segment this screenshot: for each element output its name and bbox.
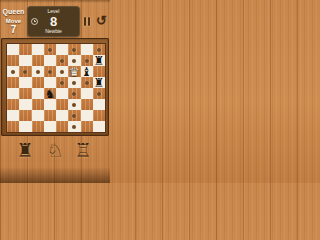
square-f1[interactable]: [68, 121, 80, 132]
square-a7[interactable]: [7, 55, 19, 66]
pause-button[interactable]: [83, 17, 92, 27]
square-g4[interactable]: [81, 88, 93, 99]
square-c7[interactable]: [32, 55, 44, 66]
square-f6[interactable]: ♛: [68, 66, 80, 77]
move-dot: [48, 48, 52, 52]
move-dot: [72, 81, 76, 85]
move-dot: [60, 81, 64, 85]
square-e7[interactable]: [56, 55, 68, 66]
square-b1[interactable]: [19, 121, 31, 132]
square-d8[interactable]: [44, 44, 56, 55]
move-dot: [85, 81, 89, 85]
square-e2[interactable]: [56, 110, 68, 121]
square-b3[interactable]: [19, 99, 31, 110]
square-f4[interactable]: [68, 88, 80, 99]
move-dot: [85, 59, 89, 63]
timer-icon: [31, 18, 38, 25]
white-queen: ♛: [68, 65, 80, 77]
square-e6[interactable]: [56, 66, 68, 77]
square-e8[interactable]: [56, 44, 68, 55]
bottom-shadow: [0, 167, 110, 183]
square-h1[interactable]: [93, 121, 105, 132]
square-b5[interactable]: [19, 77, 31, 88]
square-b2[interactable]: [19, 110, 31, 121]
pause-icon: [84, 17, 86, 26]
square-b6[interactable]: [19, 66, 31, 77]
square-f8[interactable]: [68, 44, 80, 55]
undo-icon: ↺: [96, 13, 107, 28]
move-dot: [60, 70, 64, 74]
square-f3[interactable]: [68, 99, 80, 110]
move-dot: [72, 114, 76, 118]
square-h3[interactable]: [93, 99, 105, 110]
square-d6[interactable]: [44, 66, 56, 77]
square-a6[interactable]: [7, 66, 19, 77]
square-e4[interactable]: [56, 88, 68, 99]
square-a4[interactable]: [7, 88, 19, 99]
square-a2[interactable]: [7, 110, 19, 121]
black-rook: ♜: [93, 54, 105, 66]
square-b8[interactable]: [19, 44, 31, 55]
square-h7[interactable]: ♜: [93, 55, 105, 66]
square-d3[interactable]: [44, 99, 56, 110]
black-knight: ♞: [44, 87, 56, 99]
undo-button[interactable]: ↺: [94, 13, 109, 29]
tray-piece-black-rook: ♜: [13, 138, 37, 162]
move-dot: [36, 70, 40, 74]
square-a8[interactable]: [7, 44, 19, 55]
move-dot: [11, 70, 15, 74]
square-c5[interactable]: [32, 77, 44, 88]
chess-board[interactable]: ♜♛♝♜♞: [6, 43, 106, 133]
square-e3[interactable]: [56, 99, 68, 110]
square-g1[interactable]: [81, 121, 93, 132]
move-dot: [72, 59, 76, 63]
move-dot: [23, 70, 27, 74]
square-c4[interactable]: [32, 88, 44, 99]
square-a1[interactable]: [7, 121, 19, 132]
hero-piece-label: Queen: [0, 8, 27, 16]
move-dot: [72, 125, 76, 129]
tray-piece-white-knight: ♘: [43, 138, 67, 162]
difficulty-label: Newbie: [27, 28, 80, 35]
move-dot: [72, 48, 76, 52]
piece-tray: ♜♘♖: [0, 138, 110, 162]
square-g2[interactable]: [81, 110, 93, 121]
square-d4[interactable]: ♞: [44, 88, 56, 99]
black-rook: ♜: [93, 76, 105, 88]
square-c8[interactable]: [32, 44, 44, 55]
square-d2[interactable]: [44, 110, 56, 121]
square-e1[interactable]: [56, 121, 68, 132]
square-a5[interactable]: [7, 77, 19, 88]
square-g5[interactable]: [81, 77, 93, 88]
square-b4[interactable]: [19, 88, 31, 99]
square-h5[interactable]: ♜: [93, 77, 105, 88]
square-b7[interactable]: [19, 55, 31, 66]
move-dot: [72, 103, 76, 107]
square-d7[interactable]: [44, 55, 56, 66]
square-h2[interactable]: [93, 110, 105, 121]
move-number: 7: [0, 25, 27, 35]
header-left: Queen Move 7: [0, 8, 27, 35]
tray-piece-white-rook: ♖: [71, 138, 95, 162]
square-h4[interactable]: [93, 88, 105, 99]
move-dot: [97, 48, 101, 52]
square-c3[interactable]: [32, 99, 44, 110]
move-dot: [97, 92, 101, 96]
square-g8[interactable]: [81, 44, 93, 55]
square-e5[interactable]: [56, 77, 68, 88]
square-a3[interactable]: [7, 99, 19, 110]
move-dot: [48, 70, 52, 74]
board-frame: ♜♛♝♜♞: [1, 38, 109, 136]
move-dot: [72, 92, 76, 96]
square-g6[interactable]: ♝: [81, 66, 93, 77]
square-c6[interactable]: [32, 66, 44, 77]
square-d1[interactable]: [44, 121, 56, 132]
move-dot: [60, 59, 64, 63]
square-c1[interactable]: [32, 121, 44, 132]
top-shadow: [0, 0, 110, 3]
black-bishop: ♝: [81, 65, 93, 77]
square-f2[interactable]: [68, 110, 80, 121]
square-g3[interactable]: [81, 99, 93, 110]
square-f5[interactable]: [68, 77, 80, 88]
square-c2[interactable]: [32, 110, 44, 121]
